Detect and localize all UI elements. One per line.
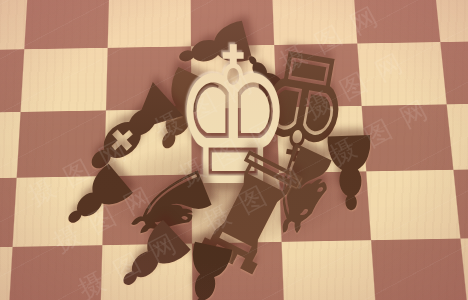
chessboard-photo: ♚♟♟♚♟♝♟♞♟♜♞♟♟ 摄图网 摄图网 摄图网摄图网 摄图网 摄图网摄图网 … — [0, 0, 468, 300]
pieces-layer: ♚♟♟♚♟♝♟♞♟♜♞♟♟ — [0, 0, 468, 300]
